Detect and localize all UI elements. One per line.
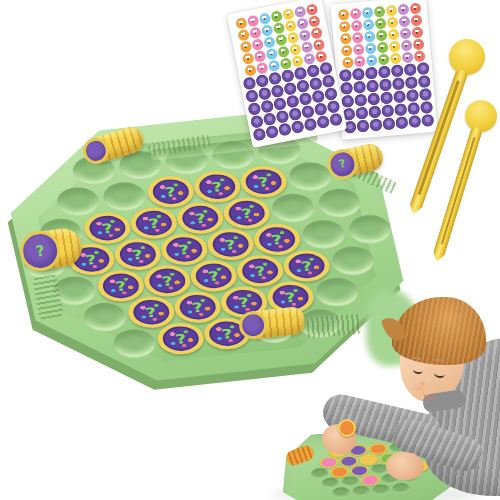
purple-sticker [270, 84, 284, 98]
animal-sticker [241, 52, 254, 65]
animal-sticker [300, 41, 313, 54]
purple-sticker [326, 100, 340, 114]
purple-sticker [340, 82, 353, 95]
animal-sticker [286, 31, 299, 44]
child-board-pocket [372, 484, 390, 495]
animal-sticker [365, 55, 377, 67]
board-cell: ? [190, 260, 238, 293]
purple-sticker [405, 76, 418, 89]
animal-sticker [376, 42, 388, 54]
animal-sticker [244, 64, 257, 77]
board-cell [345, 213, 393, 246]
animal-sticker [288, 43, 301, 56]
purple-sticker [258, 87, 272, 101]
boy-left-hand [386, 452, 424, 480]
board-cell: ? [283, 250, 331, 283]
animal-sticker [249, 26, 262, 39]
sticker-sheet-right [330, 0, 437, 140]
animal-sticker [282, 8, 295, 21]
animal-sticker [298, 29, 311, 42]
held-token [338, 419, 356, 437]
child-board-pocket [332, 487, 350, 498]
board-cell [110, 327, 158, 360]
purple-sticker [296, 79, 310, 93]
purple-sticker [339, 69, 352, 82]
board-pocket [100, 180, 148, 213]
board-cell: ? [113, 238, 161, 271]
purple-sticker [354, 94, 367, 107]
purple-sticker [281, 69, 295, 83]
product-photo-scene: ??????????????????????? ? ? [0, 0, 500, 500]
animal-sticker [258, 12, 271, 25]
purple-sticker [408, 115, 421, 128]
animal-sticker [352, 44, 364, 56]
animal-sticker [251, 38, 264, 51]
purple-sticker [314, 102, 328, 116]
boy-cheek [411, 383, 427, 393]
purple-sticker [407, 102, 420, 115]
board-cell [316, 187, 364, 220]
purple-sticker [283, 82, 297, 96]
board-cell: ? [223, 197, 271, 230]
purple-sticker [367, 93, 380, 106]
purple-sticker [306, 64, 320, 78]
purple-sticker [311, 89, 325, 103]
purple-sticker [418, 75, 431, 88]
purple-sticker [406, 89, 419, 102]
board-cell [53, 185, 101, 218]
purple-sticker [260, 99, 274, 113]
animal-sticker [397, 4, 409, 16]
purple-sticker [268, 71, 282, 85]
animal-sticker [386, 17, 398, 29]
animal-sticker [362, 19, 374, 31]
board-pocket [299, 218, 347, 251]
purple-sticker [298, 92, 312, 106]
purple-sticker [291, 120, 305, 134]
animal-sticker [263, 36, 276, 49]
purple-sticker [252, 127, 266, 141]
purple-sticker [365, 67, 378, 80]
animal-sticker [260, 24, 273, 37]
board-cell: ? [130, 207, 178, 240]
purple-sticker [316, 115, 330, 129]
board-cell [100, 180, 148, 213]
purple-sticker [381, 104, 394, 117]
purple-sticker [324, 87, 338, 101]
purple-sticker [382, 117, 395, 130]
animal-sticker [361, 7, 373, 19]
purple-sticker [404, 63, 417, 76]
purple-sticker [309, 77, 323, 91]
purple-sticker [395, 116, 408, 129]
animal-sticker [237, 29, 250, 42]
purple-sticker [250, 115, 264, 129]
purple-sticker [273, 97, 287, 111]
purple-sticker [293, 66, 307, 80]
animal-sticker [296, 17, 309, 30]
animal-sticker [302, 53, 315, 66]
board-pocket [53, 185, 101, 218]
animal-sticker [388, 41, 400, 53]
animal-sticker [341, 57, 353, 69]
animal-sticker [274, 34, 287, 47]
animal-sticker [353, 56, 365, 68]
board-cell [312, 276, 360, 309]
purple-sticker [329, 112, 343, 126]
animal-sticker [338, 21, 350, 33]
board-cell [329, 245, 377, 278]
board-cell [269, 192, 317, 225]
board-pocket [269, 192, 317, 225]
purple-sticker [394, 103, 407, 116]
purple-sticker [301, 105, 315, 119]
purple-sticker [278, 122, 292, 136]
board-cell: ? [83, 212, 131, 245]
child-board-cell [372, 484, 390, 495]
board-pocket [80, 301, 128, 334]
board-cell: ? [253, 223, 301, 256]
animal-sticker [375, 30, 387, 42]
animal-sticker [293, 6, 306, 19]
animal-sticker [340, 45, 352, 57]
animal-sticker [291, 55, 304, 68]
animal-sticker [239, 41, 252, 54]
purple-sticker [263, 112, 277, 126]
animal-sticker [265, 48, 278, 61]
purple-sticker [380, 91, 393, 104]
animal-sticker [277, 45, 290, 58]
board-cell [299, 218, 347, 251]
board-pocket [316, 187, 364, 220]
animal-sticker [373, 6, 385, 18]
purple-sticker [368, 105, 381, 118]
board-cell: ? [193, 170, 241, 203]
purple-sticker [255, 74, 269, 88]
animal-sticker [400, 40, 412, 52]
board-cell: ? [239, 165, 287, 198]
animal-sticker [270, 10, 283, 23]
purple-sticker [419, 88, 432, 101]
purple-sticker [353, 81, 366, 94]
animal-sticker [253, 50, 266, 63]
animal-sticker [364, 43, 376, 55]
child-board-pocket [392, 483, 410, 494]
animal-sticker [401, 51, 413, 63]
board-cell: ? [127, 296, 175, 329]
board-cell: ? [146, 175, 194, 208]
animal-sticker [413, 50, 425, 62]
animal-sticker [377, 54, 389, 66]
purple-sticker [247, 102, 261, 116]
purple-sticker [286, 94, 300, 108]
board-pocket [110, 327, 158, 360]
purple-sticker [393, 90, 406, 103]
child-board-pocket [352, 485, 370, 496]
purple-sticker [379, 78, 392, 91]
child-board-cell [352, 485, 370, 496]
animal-sticker [307, 15, 320, 28]
animal-sticker [374, 18, 386, 30]
animal-sticker [234, 17, 247, 30]
board-cell: ? [236, 255, 284, 288]
purple-sticker [417, 62, 430, 75]
purple-sticker [355, 107, 368, 120]
child-board-cell [332, 487, 350, 498]
animal-sticker [349, 8, 361, 20]
board-cell: ? [176, 202, 224, 235]
animal-sticker [267, 59, 280, 72]
animal-sticker [363, 31, 375, 43]
purple-sticker [319, 61, 333, 75]
animal-sticker [314, 50, 327, 63]
animal-sticker [310, 27, 323, 40]
purple-sticker [265, 125, 279, 139]
animal-sticker [399, 28, 411, 40]
animal-sticker [412, 38, 424, 50]
animal-sticker [387, 29, 399, 41]
purple-sticker [378, 65, 391, 78]
purple-sticker [392, 77, 405, 90]
animal-sticker [409, 3, 421, 15]
animal-sticker [246, 15, 259, 28]
animal-sticker [385, 5, 397, 17]
board-cell [80, 301, 128, 334]
purple-sticker [391, 64, 404, 77]
animal-sticker [410, 15, 422, 27]
animal-sticker [351, 32, 363, 44]
purple-sticker [288, 107, 302, 121]
animal-sticker [411, 27, 423, 39]
board-cell: ? [157, 322, 205, 355]
purple-sticker [352, 68, 365, 81]
purple-sticker [242, 76, 256, 90]
board-cell: ? [160, 233, 208, 266]
child-board-cell [392, 483, 410, 494]
board-cell: ? [143, 265, 191, 298]
purple-sticker [369, 118, 382, 131]
animal-sticker [272, 22, 285, 35]
animal-sticker [312, 39, 325, 52]
board-pocket [345, 213, 393, 246]
animal-sticker [255, 62, 268, 75]
animal-sticker [398, 16, 410, 28]
animal-sticker [350, 20, 362, 32]
board-cell: ? [206, 228, 254, 261]
purple-sticker [303, 117, 317, 131]
purple-sticker [245, 89, 259, 103]
animal-sticker [305, 3, 318, 16]
board-pocket [312, 276, 360, 309]
purple-sticker [356, 120, 369, 133]
board-pocket [329, 245, 377, 278]
animal-sticker [337, 9, 349, 21]
purple-sticker [341, 95, 354, 108]
animal-sticker [389, 53, 401, 65]
purple-sticker [366, 80, 379, 93]
animal-sticker [284, 20, 297, 33]
purple-sticker [321, 74, 335, 88]
purple-sticker [275, 110, 289, 124]
board-cell: ? [97, 270, 145, 303]
animal-sticker [339, 33, 351, 45]
animal-sticker [279, 57, 292, 70]
board-cell: ? [173, 291, 221, 324]
